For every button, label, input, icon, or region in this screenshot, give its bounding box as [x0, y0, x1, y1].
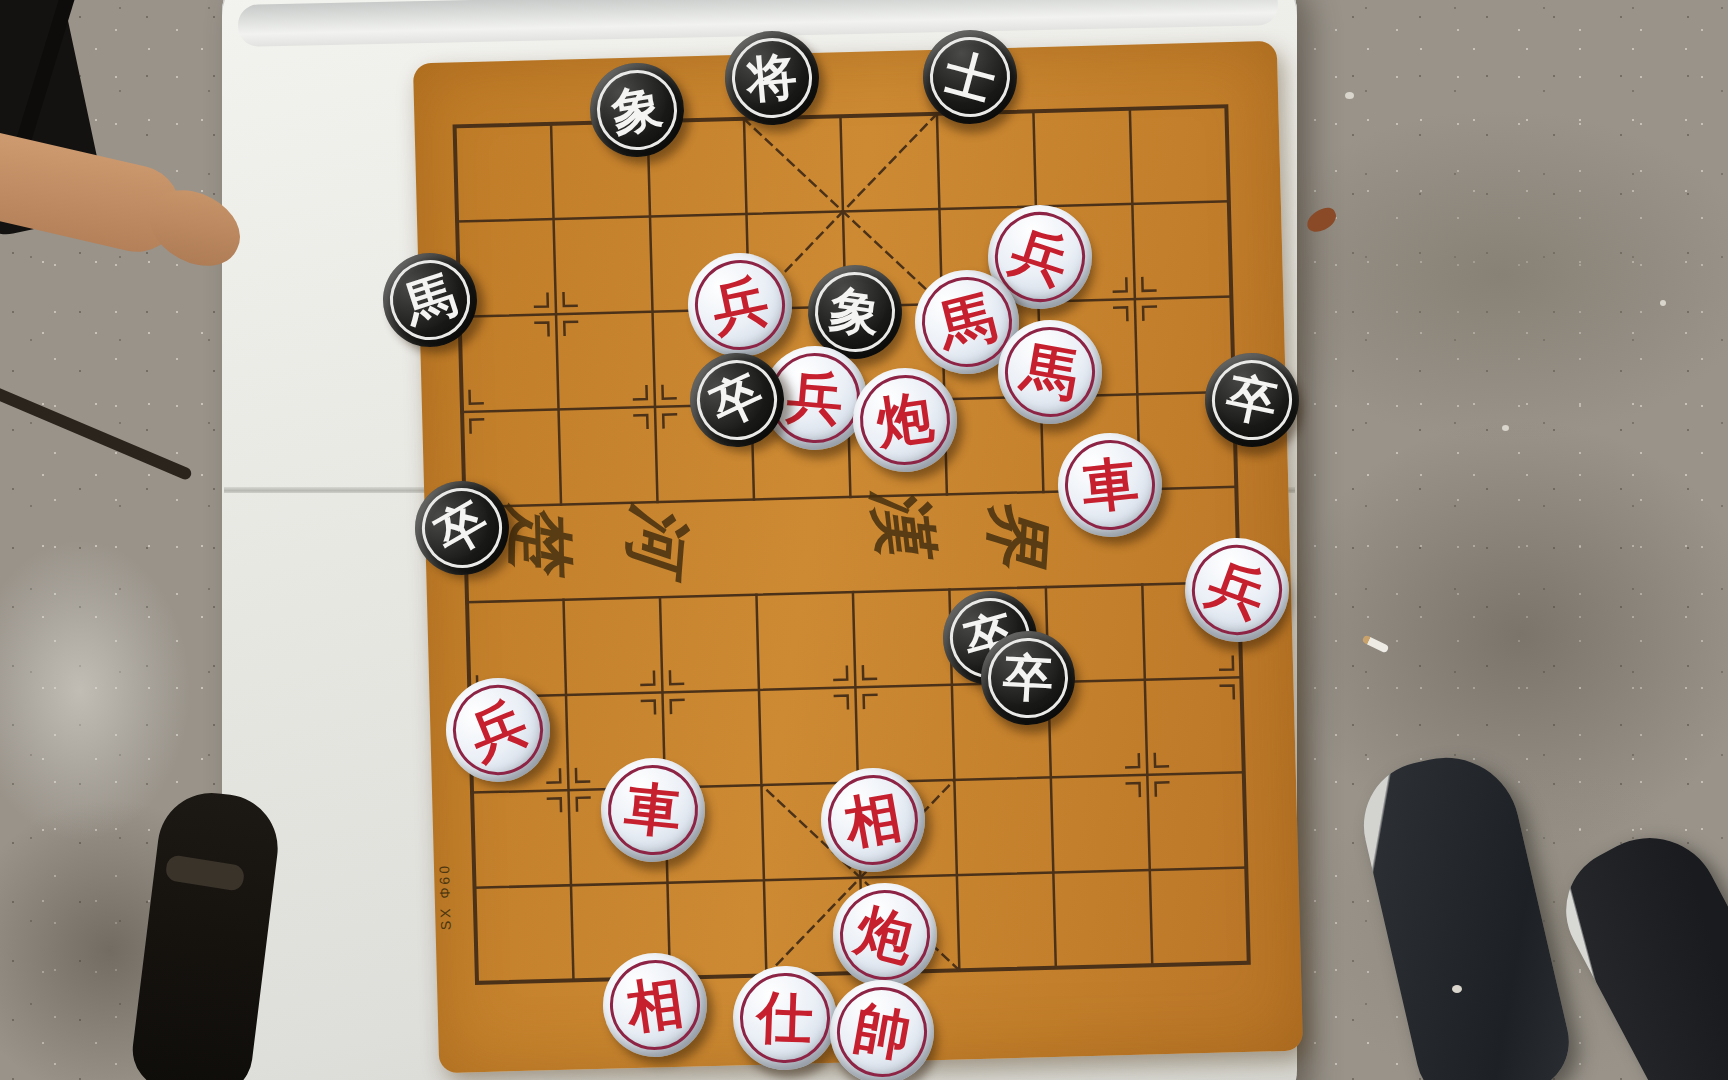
- piece-black-advisor[interactable]: 士: [912, 19, 1027, 134]
- piece-character: 象: [583, 56, 692, 165]
- piece-red-horse[interactable]: 馬: [990, 312, 1110, 432]
- piece-character: 相: [596, 946, 713, 1063]
- piece-black-soldier[interactable]: 卒: [1196, 344, 1307, 455]
- piece-character: 馬: [990, 312, 1110, 432]
- piece-black-elephant[interactable]: 象: [583, 56, 692, 165]
- piece-character: 卒: [979, 629, 1078, 728]
- outdoor-xiangqi-photo: 楚 河 漢 界 SX Φ60 士将象兵馬兵象馬馬兵卒卒炮車卒兵卒卒兵車相炮相仕帥: [0, 0, 1728, 1080]
- piece-character: 車: [1053, 428, 1167, 542]
- piece-black-soldier[interactable]: 卒: [398, 464, 526, 592]
- piece-character: 兵: [430, 662, 565, 797]
- piece-black-soldier[interactable]: 卒: [979, 629, 1078, 728]
- piece-red-general[interactable]: 帥: [822, 972, 942, 1080]
- pebble: [1660, 300, 1666, 306]
- piece-character: 卒: [1196, 344, 1307, 455]
- piece-red-soldier[interactable]: 兵: [1170, 523, 1303, 656]
- piece-character: 相: [813, 760, 933, 880]
- piece-red-advisor[interactable]: 仕: [731, 964, 839, 1072]
- piece-black-horse[interactable]: 馬: [371, 241, 489, 359]
- piece-character: 仕: [731, 964, 839, 1072]
- piece-red-chariot[interactable]: 車: [1053, 428, 1167, 542]
- piece-character: 士: [912, 19, 1027, 134]
- piece-black-general[interactable]: 将: [721, 27, 823, 129]
- piece-red-chariot[interactable]: 車: [596, 753, 710, 867]
- piece-character: 帥: [822, 972, 942, 1080]
- piece-character: 将: [721, 27, 823, 129]
- piece-character: 馬: [371, 241, 489, 359]
- piece-character: 兵: [1170, 523, 1303, 656]
- pebble: [1502, 425, 1509, 431]
- piece-red-cannon[interactable]: 炮: [846, 361, 963, 478]
- piece-character: 卒: [398, 464, 526, 592]
- piece-character: 車: [596, 753, 710, 867]
- pebble: [1452, 985, 1462, 993]
- pebble: [1345, 92, 1354, 99]
- piece-red-elephant[interactable]: 相: [813, 760, 933, 880]
- piece-character: 炮: [846, 361, 963, 478]
- piece-red-soldier[interactable]: 兵: [430, 662, 565, 797]
- piece-red-elephant[interactable]: 相: [596, 946, 713, 1063]
